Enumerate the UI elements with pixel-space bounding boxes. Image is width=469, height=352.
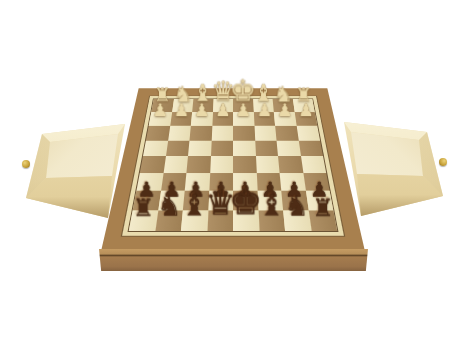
square-b4 [166, 140, 190, 156]
square-a4 [143, 140, 168, 156]
box-front-face [99, 249, 368, 271]
piece-white-pawn: ♟ [173, 101, 189, 119]
square-a2: ♟ [149, 112, 172, 126]
piece-white-pawn: ♟ [277, 101, 293, 119]
square-a3 [146, 126, 170, 141]
board-inlay-border: ♜♞♝♛♚♝♞♜♟♟♟♟♟♟♟♟♟♟♟♟♟♟♟♟♜♞♝♛♚♝♞♜ [121, 96, 346, 237]
square-b2: ♟ [170, 112, 192, 126]
square-e4 [233, 140, 256, 156]
square-d4 [211, 140, 234, 156]
square-h5 [301, 156, 327, 173]
piece-white-pawn: ♟ [215, 101, 231, 119]
chess-board-frame: ♜♞♝♛♚♝♞♜♟♟♟♟♟♟♟♟♟♟♟♟♟♟♟♟♜♞♝♛♚♝♞♜ [101, 88, 365, 251]
square-g8: ♞ [283, 210, 311, 231]
square-h8: ♜ [308, 210, 337, 231]
piece-black-rook: ♜ [133, 196, 154, 220]
square-g3 [275, 126, 298, 141]
product-photo-stage: ♜♞♝♛♚♝♞♜♟♟♟♟♟♟♟♟♟♟♟♟♟♟♟♟♜♞♝♛♚♝♞♜ [0, 0, 469, 352]
square-b5 [163, 156, 188, 173]
square-e3 [233, 126, 255, 141]
chess-board-scene: ♜♞♝♛♚♝♞♜♟♟♟♟♟♟♟♟♟♟♟♟♟♟♟♟♜♞♝♛♚♝♞♜ [123, 46, 343, 266]
piece-black-bishop: ♝ [181, 190, 207, 220]
square-f8: ♝ [258, 210, 285, 231]
square-f5 [256, 156, 280, 173]
square-d3 [211, 126, 233, 141]
square-a5 [140, 156, 166, 173]
square-e2: ♟ [233, 112, 254, 126]
piece-white-pawn: ♟ [236, 101, 252, 119]
square-f3 [254, 126, 276, 141]
piece-white-pawn: ♟ [298, 101, 314, 119]
piece-white-pawn: ♟ [194, 101, 210, 119]
square-c5 [186, 156, 210, 173]
piece-black-knight: ♞ [285, 193, 309, 220]
piece-white-pawn: ♟ [153, 101, 169, 119]
square-h3 [296, 126, 320, 141]
board-grid: ♜♞♝♛♚♝♞♜♟♟♟♟♟♟♟♟♟♟♟♟♟♟♟♟♜♞♝♛♚♝♞♜ [128, 98, 339, 231]
square-a8: ♜ [129, 210, 158, 231]
square-c3 [189, 126, 211, 141]
square-f4 [255, 140, 278, 156]
square-e8: ♚ [233, 210, 259, 231]
square-c2: ♟ [191, 112, 213, 126]
square-b3 [168, 126, 191, 141]
piece-black-rook: ♜ [312, 196, 333, 220]
square-d2: ♟ [212, 112, 233, 126]
square-h4 [298, 140, 323, 156]
square-g4 [277, 140, 301, 156]
piece-black-bishop: ♝ [258, 190, 284, 220]
square-b8: ♞ [155, 210, 183, 231]
square-c4 [188, 140, 211, 156]
square-c8: ♝ [181, 210, 208, 231]
piece-black-knight: ♞ [157, 193, 181, 220]
square-h2: ♟ [294, 112, 317, 126]
square-g2: ♟ [274, 112, 296, 126]
square-d5 [210, 156, 233, 173]
left-drawer-knob [22, 160, 30, 168]
square-g5 [278, 156, 303, 173]
square-f2: ♟ [253, 112, 275, 126]
right-drawer-knob [439, 158, 447, 166]
piece-white-pawn: ♟ [256, 101, 272, 119]
square-e5 [233, 156, 256, 173]
